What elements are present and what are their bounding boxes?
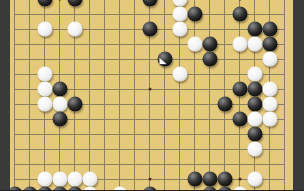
- white-stone: [37, 22, 52, 37]
- white-stone: [172, 22, 187, 37]
- black-stone: [187, 172, 202, 187]
- white-stone: [247, 67, 262, 82]
- grid-line-horizontal: [14, 134, 285, 135]
- white-stone: [262, 82, 277, 97]
- black-stone: [232, 7, 247, 22]
- star-point: [238, 0, 241, 1]
- last-move-marker: [159, 58, 167, 65]
- star-point: [58, 0, 61, 1]
- white-stone: [247, 112, 262, 127]
- black-stone: [142, 22, 157, 37]
- black-stone: [52, 82, 67, 97]
- black-stone: [67, 187, 82, 191]
- star-point: [148, 88, 151, 91]
- white-stone: [247, 172, 262, 187]
- white-stone: [52, 97, 67, 112]
- black-stone: [157, 52, 172, 67]
- black-stone: [67, 97, 82, 112]
- black-stone: [187, 7, 202, 22]
- black-stone: [217, 172, 232, 187]
- white-stone: [52, 172, 67, 187]
- white-stone: [232, 37, 247, 52]
- white-stone: [37, 67, 52, 82]
- white-stone: [187, 37, 202, 52]
- white-stone: [232, 187, 247, 191]
- black-stone: [262, 37, 277, 52]
- white-stone: [37, 172, 52, 187]
- black-stone: [202, 172, 217, 187]
- black-stone: [37, 187, 52, 191]
- white-stone: [37, 97, 52, 112]
- white-stone: [82, 187, 97, 191]
- white-stone: [37, 82, 52, 97]
- letterbox-right-bar: [293, 0, 304, 190]
- black-stone: [142, 187, 157, 191]
- white-stone: [262, 52, 277, 67]
- star-point: [148, 178, 151, 181]
- grid-line-horizontal: [14, 74, 285, 75]
- black-stone: [202, 37, 217, 52]
- letterbox-left-bar: [0, 0, 10, 190]
- white-stone: [172, 7, 187, 22]
- white-stone: [82, 172, 97, 187]
- black-stone: [247, 97, 262, 112]
- black-stone: [37, 0, 52, 7]
- white-stone: [262, 112, 277, 127]
- video-frame: [0, 0, 304, 190]
- black-stone: [247, 22, 262, 37]
- white-stone: [262, 97, 277, 112]
- black-stone: [22, 187, 37, 191]
- black-stone: [217, 97, 232, 112]
- white-stone: [112, 187, 127, 191]
- black-stone: [232, 82, 247, 97]
- white-stone: [247, 37, 262, 52]
- black-stone: [52, 187, 67, 191]
- black-stone: [247, 82, 262, 97]
- white-stone: [67, 172, 82, 187]
- grid-line-horizontal: [14, 59, 285, 60]
- black-stone: [247, 127, 262, 142]
- black-stone: [232, 112, 247, 127]
- black-stone: [67, 0, 82, 7]
- white-stone: [172, 67, 187, 82]
- black-stone: [217, 187, 232, 191]
- grid-line-horizontal: [14, 164, 285, 165]
- grid-line-horizontal: [14, 149, 285, 150]
- white-stone: [67, 22, 82, 37]
- black-stone: [262, 22, 277, 37]
- black-stone: [202, 52, 217, 67]
- go-board[interactable]: [10, 0, 293, 190]
- star-point: [238, 178, 241, 181]
- black-stone: [142, 0, 157, 7]
- black-stone: [202, 187, 217, 191]
- black-stone: [52, 112, 67, 127]
- white-stone: [247, 142, 262, 157]
